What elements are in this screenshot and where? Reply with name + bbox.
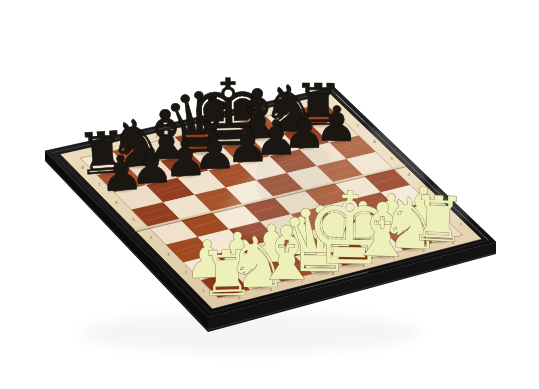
rank-label-right: 6 <box>373 139 376 144</box>
rank-label-left: 4 <box>150 235 153 240</box>
rank-label-right: 5 <box>390 156 393 161</box>
rank-label-left: 5 <box>132 217 135 222</box>
white-rook-h1: ♜ <box>409 182 468 257</box>
black-pawn-h7: ♟ <box>315 96 359 153</box>
chess-set-product-photo: 8877665544332211aabbccddeeffgghh♜♞♝♛♚♝♞♜… <box>0 0 539 389</box>
rank-label-left: 3 <box>167 252 170 257</box>
board-scene: 8877665544332211aabbccddeeffgghh♜♞♝♛♚♝♞♜… <box>0 0 539 389</box>
